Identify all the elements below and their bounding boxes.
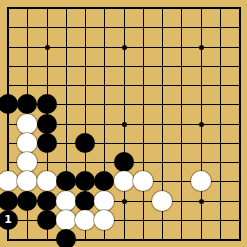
white-stone (17, 133, 37, 153)
white-stone (75, 210, 95, 230)
black-stone (37, 191, 57, 211)
grid-line-vertical (220, 8, 221, 239)
hoshi-point (199, 199, 204, 204)
white-stone (56, 210, 76, 230)
white-stone (191, 171, 211, 191)
white-stone (114, 171, 134, 191)
hoshi-point (122, 122, 127, 127)
black-stone (75, 133, 95, 153)
black-stone (75, 191, 95, 211)
white-stone (94, 191, 114, 211)
black-stone (56, 171, 76, 191)
black-stone (37, 133, 57, 153)
move-number-label: 1 (4, 214, 12, 225)
black-stone (0, 191, 18, 211)
hoshi-point (122, 45, 127, 50)
hoshi-point (199, 122, 204, 127)
white-stone (94, 210, 114, 230)
white-stone (133, 171, 153, 191)
hoshi-point (122, 199, 127, 204)
hoshi-point (45, 45, 50, 50)
black-stone (56, 229, 76, 247)
black-stone (37, 210, 57, 230)
white-stone (37, 171, 57, 191)
white-stone (56, 191, 76, 211)
black-stone (37, 94, 57, 114)
black-stone (114, 152, 134, 172)
go-diagram: 1 (0, 0, 247, 247)
go-board[interactable]: 1 (0, 0, 247, 247)
white-stone (17, 114, 37, 134)
hoshi-point (199, 45, 204, 50)
grid-line-vertical (143, 8, 144, 239)
black-stone (37, 114, 57, 134)
white-stone (152, 191, 172, 211)
black-stone: 1 (0, 210, 18, 230)
grid-line-vertical (181, 8, 182, 239)
black-stone (17, 191, 37, 211)
